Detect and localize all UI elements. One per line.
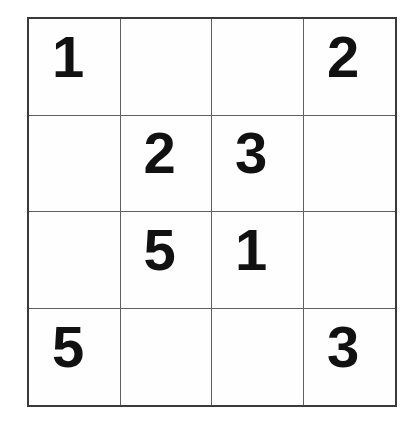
puzzle-cell-r1c3[interactable] — [212, 19, 304, 116]
puzzle-cell-r3c3[interactable]: 1 — [212, 212, 304, 309]
puzzle-cell-r4c1[interactable]: 5 — [29, 309, 121, 406]
puzzle-cell-r3c4[interactable] — [304, 212, 396, 309]
puzzle-cell-r3c1[interactable] — [29, 212, 121, 309]
puzzle-cell-r3c2[interactable]: 5 — [121, 212, 213, 309]
puzzle-cell-r1c2[interactable] — [121, 19, 213, 116]
puzzle-board: 1 2 2 3 5 1 5 3 — [27, 17, 397, 407]
puzzle-cell-r4c2[interactable] — [121, 309, 213, 406]
puzzle-cell-r4c3[interactable] — [212, 309, 304, 406]
puzzle-cell-r2c2[interactable]: 2 — [121, 116, 213, 213]
puzzle-cell-r2c1[interactable] — [29, 116, 121, 213]
puzzle-cell-r2c4[interactable] — [304, 116, 396, 213]
puzzle-cell-r4c4[interactable]: 3 — [304, 309, 396, 406]
puzzle-cell-r1c4[interactable]: 2 — [304, 19, 396, 116]
puzzle-cell-r2c3[interactable]: 3 — [212, 116, 304, 213]
puzzle-cell-r1c1[interactable]: 1 — [29, 19, 121, 116]
